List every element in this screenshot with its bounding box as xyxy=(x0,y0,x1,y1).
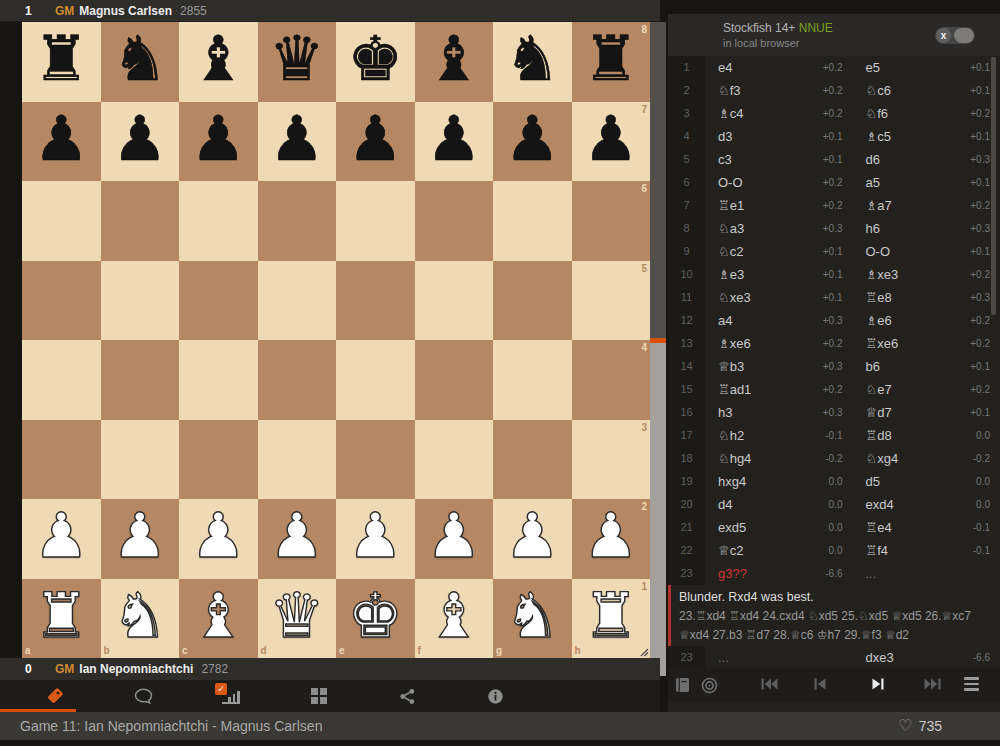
analysis-app: 1 GM Magnus Carlsen 2855 ♜♞♝♛♚♝♞♜8♟♟♟♟♟♟… xyxy=(0,0,1000,746)
game-title: Game 11: Ian Nepomniachtchi - Magnus Car… xyxy=(20,718,898,734)
piece-black-king[interactable]: ♚ xyxy=(347,28,403,90)
square-d7[interactable]: ♟ xyxy=(258,102,337,182)
player-bar-bottom: 0 GM Ian Nepomniachtchi 2782 xyxy=(0,658,660,680)
black-eval: +0.2 xyxy=(970,269,990,280)
white-move[interactable]: ♕c2 xyxy=(718,543,743,558)
piece-black-pawn[interactable]: ♟ xyxy=(347,108,403,170)
square-f8[interactable]: ♝ xyxy=(415,22,494,102)
coord-rank-3: 3 xyxy=(641,422,647,433)
square-a6[interactable] xyxy=(22,181,101,261)
square-h6[interactable]: 6 xyxy=(572,181,651,261)
white-move-cell[interactable]: ♖e1+0.2 xyxy=(705,194,853,217)
piece-white-queen[interactable]: ♛ xyxy=(269,585,325,647)
black-move[interactable]: ♘e7 xyxy=(866,382,892,397)
white-eval: +0.3 xyxy=(823,361,843,372)
coord-file-a: a xyxy=(25,645,31,656)
square-e3[interactable] xyxy=(336,420,415,500)
black-move-cell[interactable]: ... xyxy=(853,562,1000,585)
white-move-cell[interactable]: d40.0 xyxy=(705,493,853,516)
square-b1[interactable]: ♞b xyxy=(101,579,180,659)
white-move[interactable]: O-O xyxy=(718,175,743,190)
black-move[interactable]: ♖xe6 xyxy=(866,336,899,351)
square-a5[interactable] xyxy=(22,261,101,341)
square-h8[interactable]: ♜8 xyxy=(572,22,651,102)
white-move-cell[interactable]: ♘xe3+0.1 xyxy=(705,286,853,309)
black-eval: +0.2 xyxy=(970,384,990,395)
square-d4[interactable] xyxy=(258,340,337,420)
move-row: 22♕c20.0♖f4-0.1 xyxy=(668,539,1000,562)
piece-black-knight[interactable]: ♞ xyxy=(112,28,168,90)
black-eval: -0.2 xyxy=(973,453,990,464)
square-e6[interactable] xyxy=(336,181,415,261)
share-icon xyxy=(399,688,416,705)
black-move-cell[interactable]: ♖e4-0.1 xyxy=(853,516,1000,539)
info-icon xyxy=(487,688,504,705)
white-eval: +0.2 xyxy=(823,177,843,188)
square-d6[interactable] xyxy=(258,181,337,261)
square-c6[interactable] xyxy=(179,181,258,261)
white-move[interactable]: ♘f3 xyxy=(718,83,741,98)
engine-header: Stockfish 14+ NNUE in local browser x xyxy=(668,14,1000,56)
square-e1[interactable]: ♚e xyxy=(336,579,415,659)
white-move[interactable]: ♗c4 xyxy=(718,106,743,121)
black-move-cell[interactable]: ♗e6+0.2 xyxy=(853,309,1000,332)
square-g3[interactable] xyxy=(493,420,572,500)
square-g2[interactable]: ♟ xyxy=(493,499,572,579)
piece-white-pawn[interactable]: ♟ xyxy=(269,505,325,567)
variation-line[interactable]: 23.♖xd4 ♖xd4 24.cxd4 ♘xd5 25.♘xd5 ♕xd5 2… xyxy=(679,607,990,645)
piece-white-pawn[interactable]: ♟ xyxy=(583,505,639,567)
prev-move-button[interactable] xyxy=(814,677,826,691)
black-move[interactable]: a5 xyxy=(866,175,880,190)
white-move[interactable]: ... xyxy=(718,650,729,665)
eval-gauge-white xyxy=(650,343,666,676)
square-d1[interactable]: ♛d xyxy=(258,579,337,659)
white-move[interactable]: e4 xyxy=(718,60,732,75)
square-f1[interactable]: ♝f xyxy=(415,579,494,659)
piece-black-pawn[interactable]: ♟ xyxy=(33,108,89,170)
piece-black-pawn[interactable]: ♟ xyxy=(426,108,482,170)
white-move-cell[interactable]: ... xyxy=(705,646,853,669)
piece-black-pawn[interactable]: ♟ xyxy=(190,108,246,170)
square-b6[interactable] xyxy=(101,181,180,261)
white-move-cell[interactable]: ♘hg4-0.2 xyxy=(705,447,853,470)
piece-black-pawn[interactable]: ♟ xyxy=(269,108,325,170)
black-move[interactable]: ♖f4 xyxy=(866,543,889,558)
square-c3[interactable] xyxy=(179,420,258,500)
piece-white-knight[interactable]: ♞ xyxy=(112,585,168,647)
move-row: 18♘hg4-0.2♘xg4-0.2 xyxy=(668,447,1000,470)
coord-file-c: c xyxy=(182,645,188,656)
piece-black-queen[interactable]: ♛ xyxy=(269,28,325,90)
square-e8[interactable]: ♚ xyxy=(336,22,415,102)
black-move-cell[interactable]: a5+0.1 xyxy=(853,171,1000,194)
square-h7[interactable]: ♟7 xyxy=(572,102,651,182)
white-move[interactable]: hxg4 xyxy=(718,474,746,489)
black-move[interactable]: ♘f6 xyxy=(866,106,889,121)
white-move[interactable]: exd5 xyxy=(718,520,746,535)
square-h5[interactable]: 5 xyxy=(572,261,651,341)
black-move[interactable]: ... xyxy=(866,566,877,581)
grid-icon xyxy=(311,688,327,704)
square-h4[interactable]: 4 xyxy=(572,340,651,420)
square-f6[interactable] xyxy=(415,181,494,261)
square-f4[interactable] xyxy=(415,340,494,420)
toggle-knob[interactable] xyxy=(954,28,974,43)
black-move[interactable]: ♗xe3 xyxy=(866,267,899,282)
move-number: 20 xyxy=(668,493,705,516)
tab-info[interactable] xyxy=(451,680,539,712)
move-number: 16 xyxy=(668,401,705,424)
next-move-button[interactable] xyxy=(872,677,884,691)
white-move-cell[interactable]: ♕b3+0.3 xyxy=(705,355,853,378)
black-move[interactable]: ♗c5 xyxy=(866,129,891,144)
move-row: 8♘a3+0.3h6+0.3 xyxy=(668,217,1000,240)
tab-boards[interactable] xyxy=(275,680,363,712)
square-d2[interactable]: ♟ xyxy=(258,499,337,579)
white-eval: -0.2 xyxy=(825,453,842,464)
black-move[interactable]: d6 xyxy=(866,152,880,167)
square-b4[interactable] xyxy=(101,340,180,420)
white-move[interactable]: c3 xyxy=(718,152,732,167)
piece-white-pawn[interactable]: ♟ xyxy=(426,505,482,567)
square-d3[interactable] xyxy=(258,420,337,500)
white-move[interactable]: d3 xyxy=(718,129,732,144)
piece-white-bishop[interactable]: ♝ xyxy=(426,585,482,647)
move-row: 7♖e1+0.2♗a7+0.2 xyxy=(668,194,1000,217)
board-resize-handle[interactable] xyxy=(640,648,649,657)
move-number: 10 xyxy=(668,263,705,286)
engine-subtitle: in local browser xyxy=(723,37,799,49)
move-row: 11♘xe3+0.1♖e8+0.3 xyxy=(668,286,1000,309)
square-b2[interactable]: ♟ xyxy=(101,499,180,579)
analysis-panel: Stockfish 14+ NNUE in local browser x 1e… xyxy=(668,0,1000,712)
move-row: 4d3+0.1♗c5+0.1 xyxy=(668,125,1000,148)
footer-bar: Game 11: Ian Nepomniachtchi - Magnus Car… xyxy=(0,712,1000,740)
square-b7[interactable]: ♟ xyxy=(101,102,180,182)
move-number: 11 xyxy=(668,286,705,309)
continuation-row[interactable]: 23...dxe3-6.6 xyxy=(668,646,1000,669)
target-icon[interactable] xyxy=(701,677,718,694)
white-move[interactable]: h3 xyxy=(718,405,732,420)
black-move[interactable]: ♘xg4 xyxy=(866,451,899,466)
black-eval: +0.1 xyxy=(970,407,990,418)
tab-share[interactable] xyxy=(363,680,451,712)
menu-icon[interactable] xyxy=(964,677,979,691)
black-eval: +0.1 xyxy=(970,246,990,257)
square-h3[interactable]: 3 xyxy=(572,420,651,500)
piece-black-bishop[interactable]: ♝ xyxy=(426,28,482,90)
black-move-cell[interactable]: ♗a7+0.2 xyxy=(853,194,1000,217)
player-bottom-rating: 2782 xyxy=(201,662,228,676)
move-row: 1e4+0.2e5+0.1 xyxy=(668,56,1000,79)
square-b5[interactable] xyxy=(101,261,180,341)
black-move[interactable]: d5 xyxy=(866,474,880,489)
black-move-cell[interactable]: ♗xe3+0.2 xyxy=(853,263,1000,286)
black-move-cell[interactable]: ♖d80.0 xyxy=(853,424,1000,447)
white-move-cell[interactable]: g3??-6.6 xyxy=(705,562,853,585)
black-eval: +0.2 xyxy=(970,338,990,349)
square-c1[interactable]: ♝c xyxy=(179,579,258,659)
white-move[interactable]: ♖ad1 xyxy=(718,382,751,397)
square-e5[interactable] xyxy=(336,261,415,341)
white-move-cell[interactable]: ♗xe6+0.2 xyxy=(705,332,853,355)
black-move[interactable]: e5 xyxy=(866,60,880,75)
black-move-cell[interactable]: ♖xe6+0.2 xyxy=(853,332,1000,355)
white-move[interactable]: ♘a3 xyxy=(718,221,744,236)
move-row: 12a4+0.3♗e6+0.2 xyxy=(668,309,1000,332)
black-move[interactable]: ♕d7 xyxy=(866,405,892,420)
white-move-cell[interactable]: exd50.0 xyxy=(705,516,853,539)
black-eval: +0.2 xyxy=(970,315,990,326)
black-eval: +0.3 xyxy=(970,292,990,303)
tab-chart[interactable]: ✓ xyxy=(187,680,275,712)
black-move-cell[interactable]: ♘f6+0.2 xyxy=(853,102,1000,125)
blunder-comment: Blunder. Rxd4 was best. 23.♖xd4 ♖xd4 24.… xyxy=(668,585,1000,649)
white-move[interactable]: d4 xyxy=(718,497,732,512)
white-eval: +0.1 xyxy=(823,131,843,142)
move-row: 16h3+0.3♕d7+0.1 xyxy=(668,401,1000,424)
eval-gauge-black xyxy=(650,22,666,338)
square-f7[interactable]: ♟ xyxy=(415,102,494,182)
white-move-cell[interactable]: ♘h2-0.1 xyxy=(705,424,853,447)
square-e7[interactable]: ♟ xyxy=(336,102,415,182)
first-move-button[interactable] xyxy=(761,677,778,691)
white-move[interactable]: ♗xe6 xyxy=(718,336,751,351)
square-a3[interactable] xyxy=(22,420,101,500)
piece-black-rook[interactable]: ♜ xyxy=(583,28,639,90)
piece-white-king[interactable]: ♚ xyxy=(347,585,403,647)
move-row: 19hxg40.0d50.0 xyxy=(668,470,1000,493)
white-eval: 0.0 xyxy=(829,476,843,487)
piece-black-knight[interactable]: ♞ xyxy=(504,28,560,90)
square-g5[interactable] xyxy=(493,261,572,341)
square-a2[interactable]: ♟ xyxy=(22,499,101,579)
black-move-cell[interactable]: e5+0.1 xyxy=(853,56,1000,79)
square-h1[interactable]: ♜h1 xyxy=(572,579,651,659)
coord-rank-7: 7 xyxy=(641,104,647,115)
white-eval: +0.3 xyxy=(823,407,843,418)
black-move[interactable]: ♗a7 xyxy=(866,198,892,213)
white-eval: -6.6 xyxy=(825,568,842,579)
book-icon[interactable] xyxy=(674,677,692,693)
black-move[interactable]: exd4 xyxy=(866,497,894,512)
white-move[interactable]: ♘c2 xyxy=(718,244,743,259)
black-eval: +0.3 xyxy=(970,223,990,234)
player-bottom-name: Ian Nepomniachtchi xyxy=(79,662,193,676)
move-row: 15♖ad1+0.2♘e7+0.2 xyxy=(668,378,1000,401)
move-list[interactable]: 1e4+0.2e5+0.12♘f3+0.2♘c6+0.13♗c4+0.2♘f6+… xyxy=(668,56,1000,585)
white-move-cell[interactable]: hxg40.0 xyxy=(705,470,853,493)
piece-white-pawn[interactable]: ♟ xyxy=(190,505,246,567)
piece-white-bishop[interactable]: ♝ xyxy=(190,585,246,647)
white-move[interactable]: ♘hg4 xyxy=(718,451,751,466)
black-move-cell[interactable]: ♕d7+0.1 xyxy=(853,401,1000,424)
move-number: 8 xyxy=(668,217,705,240)
panel-top-gap xyxy=(668,0,1000,14)
move-row: 17♘h2-0.1♖d80.0 xyxy=(668,424,1000,447)
move-number: 21 xyxy=(668,516,705,539)
square-c2[interactable]: ♟ xyxy=(179,499,258,579)
move-number: 5 xyxy=(668,148,705,171)
white-move-cell[interactable]: ♗c4+0.2 xyxy=(705,102,853,125)
square-b8[interactable]: ♞ xyxy=(101,22,180,102)
checkbox-icon: ✓ xyxy=(215,683,227,695)
black-move-cell[interactable]: h6+0.3 xyxy=(853,217,1000,240)
white-move-cell[interactable]: ♗e3+0.1 xyxy=(705,263,853,286)
square-c5[interactable] xyxy=(179,261,258,341)
move-row: 20d40.0exd40.0 xyxy=(668,493,1000,516)
white-move-cell[interactable]: h3+0.3 xyxy=(705,401,853,424)
square-f5[interactable] xyxy=(415,261,494,341)
square-h2[interactable]: ♟2 xyxy=(572,499,651,579)
tab-toolbar: ✓ xyxy=(0,680,660,712)
black-move[interactable]: h6 xyxy=(866,221,880,236)
piece-black-bishop[interactable]: ♝ xyxy=(190,28,246,90)
white-move[interactable]: ♖e1 xyxy=(718,198,744,213)
heart-icon[interactable]: ♡ xyxy=(898,718,912,734)
move-number: 23 xyxy=(668,562,705,585)
coord-rank-2: 2 xyxy=(641,501,647,512)
white-move[interactable]: g3?? xyxy=(718,566,747,581)
tab-chat[interactable] xyxy=(99,680,187,712)
piece-black-pawn[interactable]: ♟ xyxy=(583,108,639,170)
player-bottom-title: GM xyxy=(55,662,74,676)
black-move-cell[interactable]: d50.0 xyxy=(853,470,1000,493)
engine-toggle[interactable]: x xyxy=(935,27,975,44)
square-e2[interactable]: ♟ xyxy=(336,499,415,579)
like-count: 735 xyxy=(919,718,942,734)
black-move-cell[interactable]: d6+0.3 xyxy=(853,148,1000,171)
square-d8[interactable]: ♛ xyxy=(258,22,337,102)
white-move-cell[interactable]: a4+0.3 xyxy=(705,309,853,332)
white-move-cell[interactable]: ♘c2+0.1 xyxy=(705,240,853,263)
square-g1[interactable]: ♞g xyxy=(493,579,572,659)
square-c4[interactable] xyxy=(179,340,258,420)
black-eval: +0.2 xyxy=(970,200,990,211)
black-move[interactable]: ♖e8 xyxy=(866,290,892,305)
black-move[interactable]: ♖d8 xyxy=(866,428,892,443)
square-a8[interactable]: ♜ xyxy=(22,22,101,102)
piece-white-pawn[interactable]: ♟ xyxy=(347,505,403,567)
piece-white-knight[interactable]: ♞ xyxy=(504,585,560,647)
square-g6[interactable] xyxy=(493,181,572,261)
square-d5[interactable] xyxy=(258,261,337,341)
piece-black-pawn[interactable]: ♟ xyxy=(112,108,168,170)
square-c8[interactable]: ♝ xyxy=(179,22,258,102)
chess-board[interactable]: ♜♞♝♛♚♝♞♜8♟♟♟♟♟♟♟♟76543♟♟♟♟♟♟♟♟2♜a♞b♝c♛d♚… xyxy=(22,22,650,658)
square-f3[interactable] xyxy=(415,420,494,500)
close-icon[interactable]: x xyxy=(936,28,951,43)
player-top-rating: 2855 xyxy=(180,4,207,18)
white-move-cell[interactable]: O-O+0.2 xyxy=(705,171,853,194)
white-move[interactable]: ♘h2 xyxy=(718,428,744,443)
piece-white-pawn[interactable]: ♟ xyxy=(33,505,89,567)
black-move[interactable]: ♘c6 xyxy=(866,83,891,98)
square-f2[interactable]: ♟ xyxy=(415,499,494,579)
black-move-cell[interactable]: ♖e8+0.3 xyxy=(853,286,1000,309)
black-move[interactable]: ♖e4 xyxy=(866,520,892,535)
move-number: 2 xyxy=(668,79,705,102)
piece-white-rook[interactable]: ♜ xyxy=(33,585,89,647)
white-move-cell[interactable]: ♖ad1+0.2 xyxy=(705,378,853,401)
chart-icon: ✓ xyxy=(222,689,240,704)
square-e4[interactable] xyxy=(336,340,415,420)
coord-file-b: b xyxy=(104,645,110,656)
square-b3[interactable] xyxy=(101,420,180,500)
square-g8[interactable]: ♞ xyxy=(493,22,572,102)
black-move-cell[interactable]: ♖f4-0.1 xyxy=(853,539,1000,562)
move-number: 3 xyxy=(668,102,705,125)
player-top-score: 1 xyxy=(25,4,55,18)
last-move-button[interactable] xyxy=(924,677,941,691)
scrollbar-thumb[interactable] xyxy=(991,57,996,315)
piece-white-pawn[interactable]: ♟ xyxy=(112,505,168,567)
tab-tag[interactable] xyxy=(11,680,99,712)
black-move-cell[interactable]: ♘e7+0.2 xyxy=(853,378,1000,401)
coord-rank-4: 4 xyxy=(641,342,647,353)
black-move-cell[interactable]: ♘c6+0.1 xyxy=(853,79,1000,102)
square-a1[interactable]: ♜a xyxy=(22,579,101,659)
piece-white-rook[interactable]: ♜ xyxy=(583,585,639,647)
white-eval: +0.1 xyxy=(823,269,843,280)
piece-black-pawn[interactable]: ♟ xyxy=(504,108,560,170)
white-move-cell[interactable]: c3+0.1 xyxy=(705,148,853,171)
white-move[interactable]: ♕b3 xyxy=(718,359,744,374)
square-g4[interactable] xyxy=(493,340,572,420)
piece-black-rook[interactable]: ♜ xyxy=(33,28,89,90)
black-move[interactable]: b6 xyxy=(866,359,880,374)
square-g7[interactable]: ♟ xyxy=(493,102,572,182)
black-move-cell[interactable]: dxe3-6.6 xyxy=(853,646,1000,669)
square-a7[interactable]: ♟ xyxy=(22,102,101,182)
square-a4[interactable] xyxy=(22,340,101,420)
black-move-cell[interactable]: O-O+0.1 xyxy=(853,240,1000,263)
white-move[interactable]: ♗e3 xyxy=(718,267,744,282)
white-move-cell[interactable]: e4+0.2 xyxy=(705,56,853,79)
move-row: 5c3+0.1d6+0.3 xyxy=(668,148,1000,171)
black-move[interactable]: ♗e6 xyxy=(866,313,892,328)
move-number: 4 xyxy=(668,125,705,148)
black-move-cell[interactable]: ♘xg4-0.2 xyxy=(853,447,1000,470)
coord-file-e: e xyxy=(339,645,345,656)
white-move[interactable]: ♘xe3 xyxy=(718,290,751,305)
black-move[interactable]: O-O xyxy=(866,244,891,259)
nnue-badge: NNUE xyxy=(799,21,833,35)
black-eval: +0.1 xyxy=(970,62,990,73)
coord-file-f: f xyxy=(418,645,421,656)
white-eval: +0.3 xyxy=(823,315,843,326)
white-eval: +0.3 xyxy=(823,223,843,234)
black-move[interactable]: dxe3 xyxy=(866,650,894,665)
white-eval: +0.2 xyxy=(823,85,843,96)
white-move-cell[interactable]: ♘a3+0.3 xyxy=(705,217,853,240)
white-move[interactable]: a4 xyxy=(718,313,732,328)
white-eval: +0.2 xyxy=(823,200,843,211)
square-c7[interactable]: ♟ xyxy=(179,102,258,182)
black-eval: +0.1 xyxy=(970,131,990,142)
white-move-cell[interactable]: ♕c20.0 xyxy=(705,539,853,562)
black-move-cell[interactable]: b6+0.1 xyxy=(853,355,1000,378)
white-move-cell[interactable]: d3+0.1 xyxy=(705,125,853,148)
black-move-cell[interactable]: exd40.0 xyxy=(853,493,1000,516)
move-number: 23 xyxy=(668,646,705,669)
black-move-cell[interactable]: ♗c5+0.1 xyxy=(853,125,1000,148)
white-move-cell[interactable]: ♘f3+0.2 xyxy=(705,79,853,102)
white-eval: +0.1 xyxy=(823,292,843,303)
piece-white-pawn[interactable]: ♟ xyxy=(504,505,560,567)
black-eval: +0.2 xyxy=(970,108,990,119)
